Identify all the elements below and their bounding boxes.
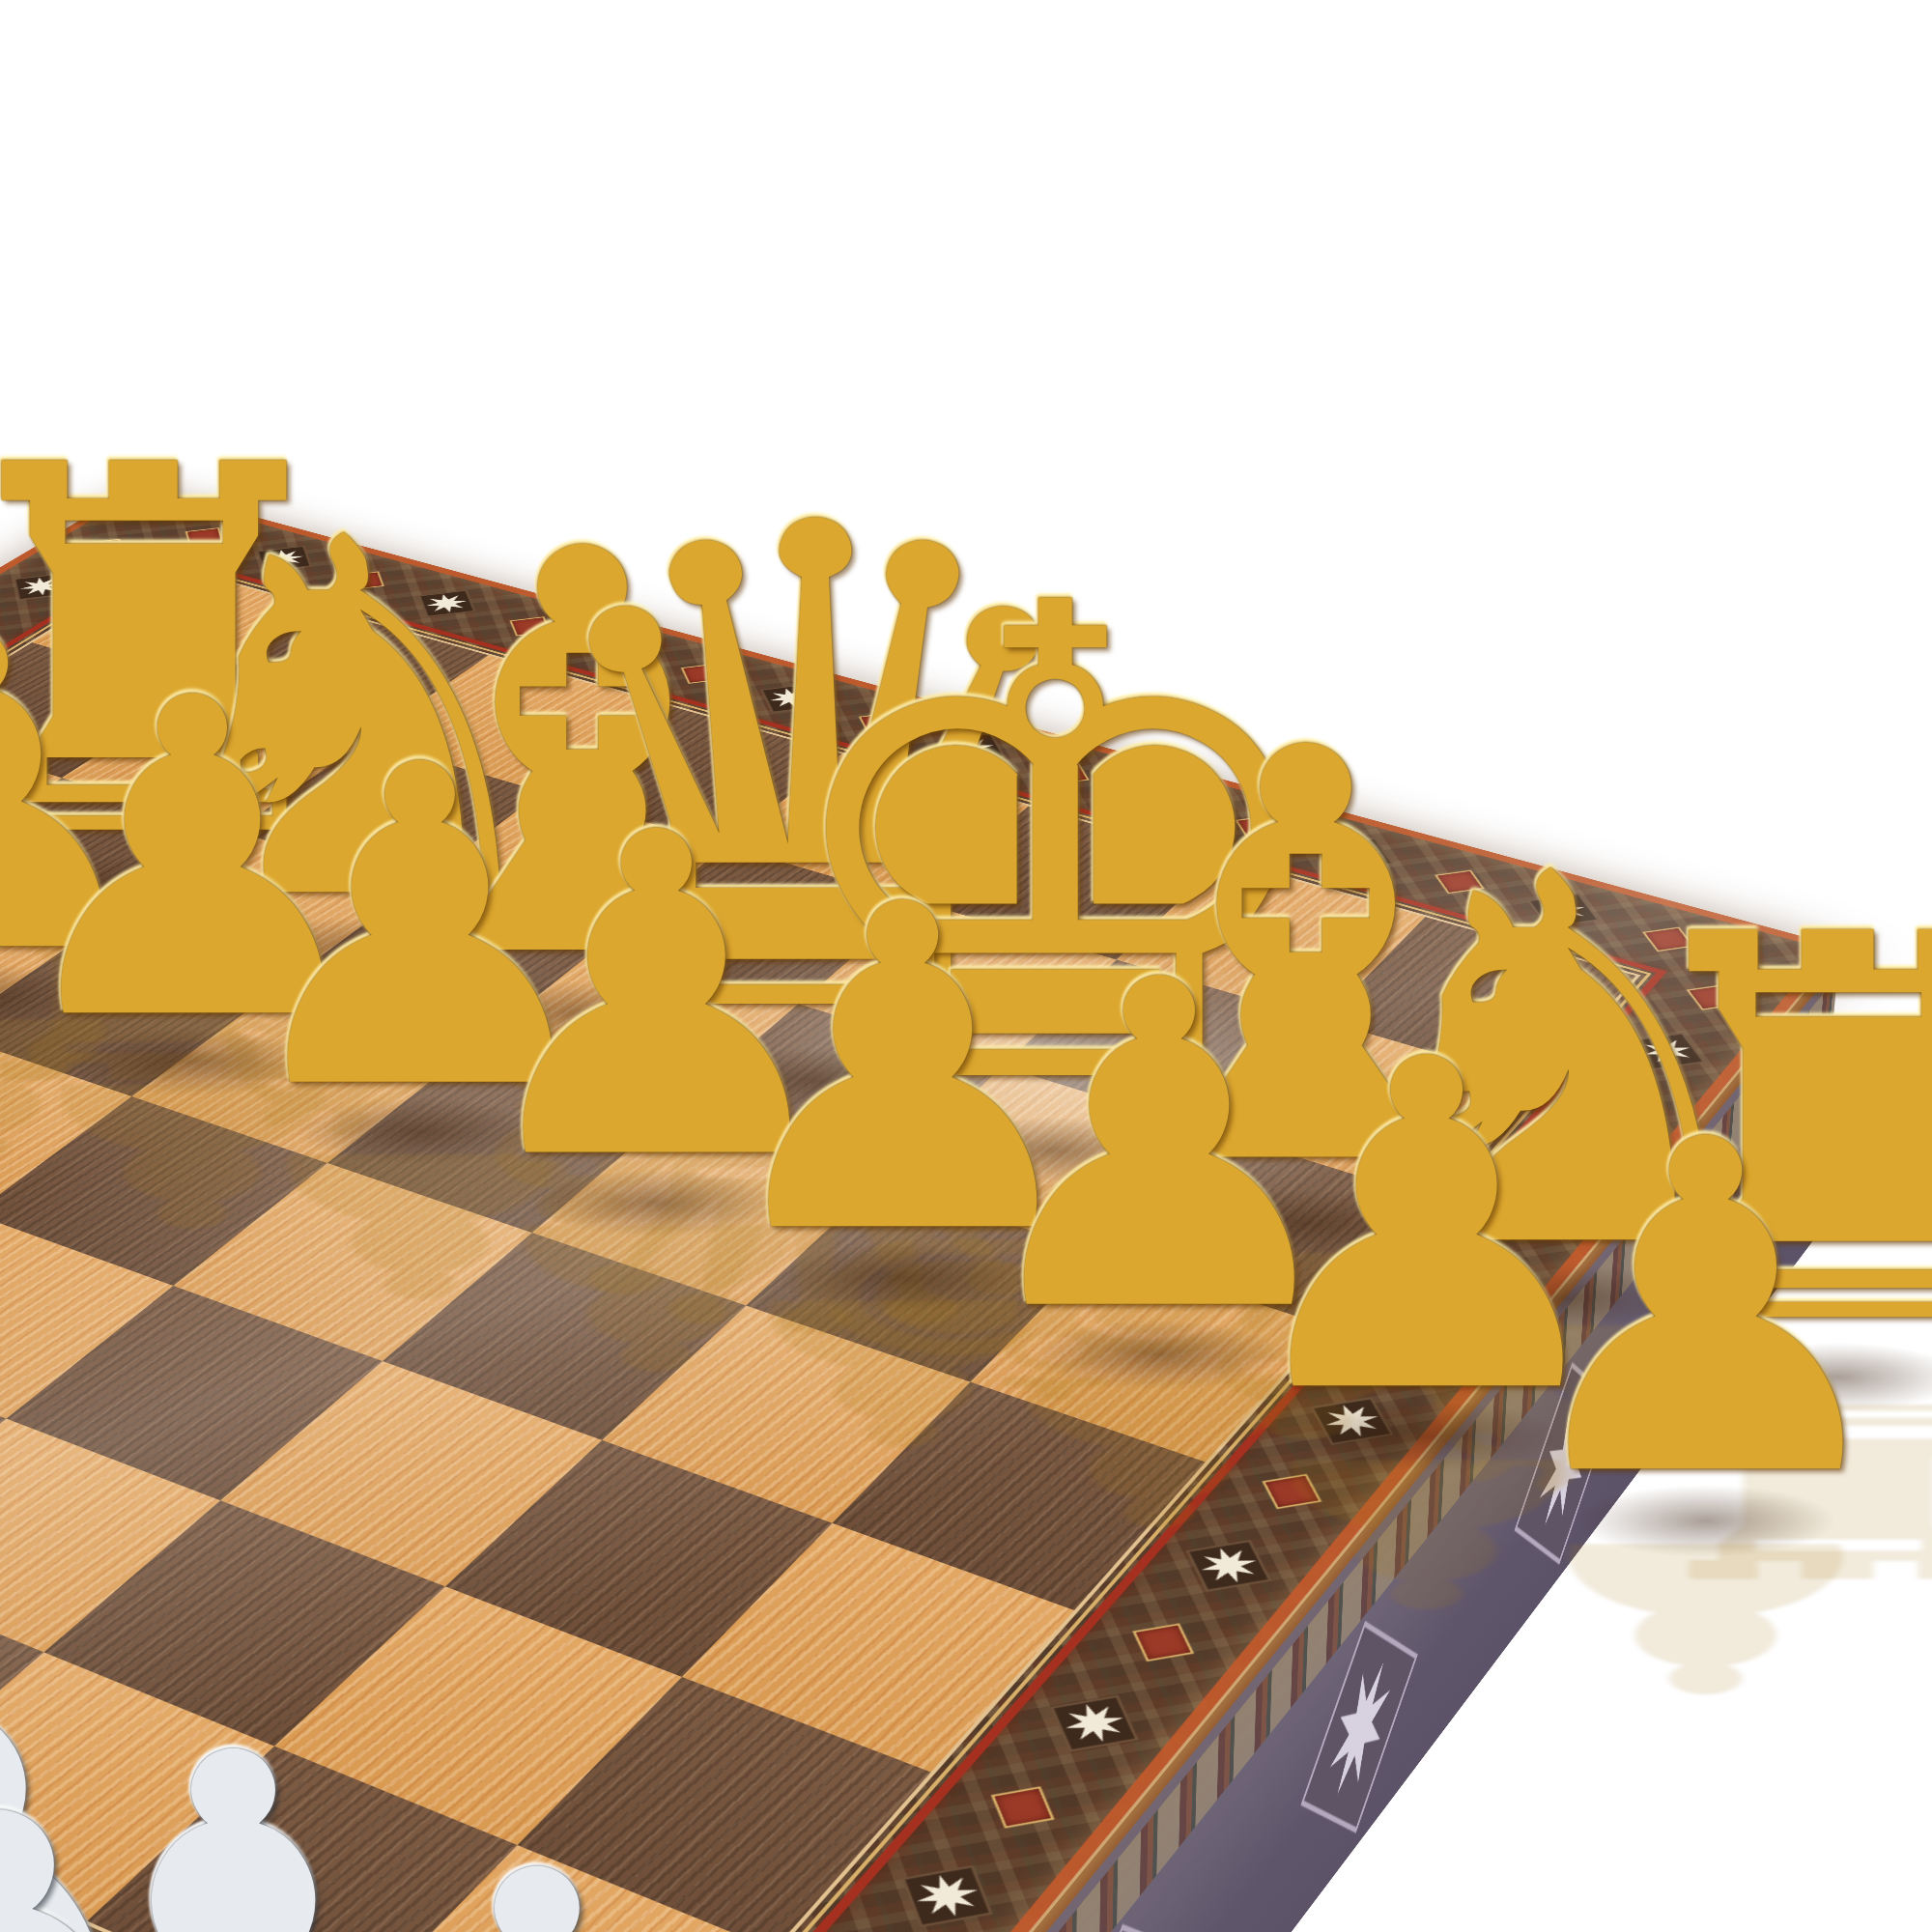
square-anchor [388,810,391,812]
eight-point-star-icon [1190,1541,1266,1589]
square-anchor [1019,1492,1023,1493]
square-g2[interactable] [274,1586,682,1845]
red-diamond-inlay [1494,1211,1544,1237]
square-anchor [759,922,762,923]
red-diamond-inlay [1265,1476,1319,1507]
square-anchor [570,865,573,867]
square-anchor [836,1089,838,1091]
star-inlay [1179,1534,1278,1597]
square-f2[interactable] [43,1500,445,1746]
square-h4[interactable] [833,1382,1206,1610]
chess-board-box [0,485,1839,1932]
square-anchor [1069,880,1072,882]
square-d3[interactable] [0,1213,173,1418]
eight-point-star-icon [1054,1696,1134,1749]
square-d2[interactable] [0,1341,7,1563]
red-diamond-inlay [1384,1339,1435,1368]
diamond-inlay [1314,1399,1390,1442]
square-anchor [45,708,48,709]
square-h3[interactable] [682,1523,1074,1773]
square-anchor [411,1469,414,1471]
square-anchor [244,1618,248,1621]
square-f1[interactable] [0,1652,274,1920]
square-anchor [63,1780,67,1783]
square-e2[interactable] [0,1419,220,1653]
square-anchor [255,906,258,908]
diamond-inlay [1190,1542,1268,1589]
square-anchor [957,980,960,982]
diamond-inlay [906,1867,990,1924]
square-anchor [302,1881,307,1884]
square-anchor [76,850,79,852]
eight-point-star-icon [1431,1267,1500,1308]
red-diamond-inlay [995,1789,1051,1826]
diamond-inlay [1054,1697,1135,1749]
square-anchor [1047,1155,1051,1157]
square-anchor [150,1187,154,1189]
square-h5[interactable] [971,1252,1326,1462]
square-anchor [498,1137,502,1139]
square-anchor [922,1277,925,1279]
square-anchor [194,1388,198,1390]
camera-fit: ♜♜♞♞♟♟♝♝♟♟♛♛♟♟♚♚♟♟♝♝♟♟♞♞♟♟♜♜♟♟♟♟♟♟♟♟♟♟♚♚… [0,58,1932,1932]
square-anchor [213,758,216,759]
square-anchor [634,1026,637,1028]
square-anchor [342,672,345,673]
square-g4[interactable] [602,1306,970,1523]
square-g5[interactable] [746,1181,1097,1382]
red-diamond-inlay [1136,1626,1190,1660]
scene: ♜♜♞♞♟♟♝♝♟♟♛♛♟♟♚♚♟♟♝♝♟♟♞♞♟♟♜♜♟♟♟♟♟♟♟♟♟♟♚♚… [0,0,1932,1932]
square-anchor [300,1072,304,1074]
eight-point-star-icon [1316,1399,1389,1443]
square-anchor [22,1530,26,1532]
square-g3[interactable] [445,1440,833,1677]
square-anchor [1148,1352,1151,1354]
square-e3[interactable] [7,1286,384,1500]
square-anchor [724,1807,728,1810]
square-anchor [1480,997,1483,999]
star-inlay [1042,1689,1147,1757]
square-anchor [1163,1042,1166,1044]
square-f4[interactable] [383,1233,746,1440]
square-anchor [639,1553,642,1555]
square-anchor [564,1332,568,1334]
square-h1[interactable] [337,1845,775,1932]
square-anchor [1378,1107,1380,1109]
square-e4[interactable] [173,1163,531,1361]
square-anchor [877,825,880,827]
square-f3[interactable] [220,1361,602,1586]
square-anchor [177,625,180,626]
square-anchor [692,772,695,773]
square-anchor [513,721,516,722]
star-inlay [1420,1262,1511,1315]
square-anchor [1267,1225,1271,1227]
square-e1[interactable] [0,1563,43,1818]
square-anchor [705,1206,709,1207]
perspective-space [0,58,1932,1932]
square-anchor [786,1409,790,1411]
square-anchor [478,1710,482,1713]
square-anchor [878,1642,882,1645]
eight-point-star-icon [905,1867,990,1925]
square-g1[interactable] [87,1747,517,1932]
board-top-face [0,485,1839,1932]
square-anchor [440,965,443,967]
square-h2[interactable] [518,1677,931,1932]
diamond-inlay [1429,1267,1503,1308]
square-anchor [353,1258,356,1260]
square-anchor [111,1009,115,1011]
square-anchor [1270,937,1273,939]
star-inlay [892,1859,1002,1932]
star-inlay [1304,1392,1399,1450]
